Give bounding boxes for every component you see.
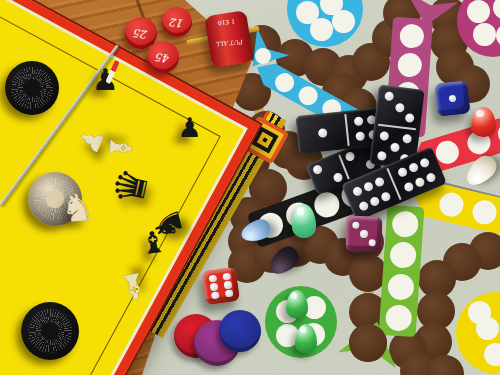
domino-pip [312,164,324,176]
counter-45: 45 [147,41,179,73]
domino-pip [317,128,327,138]
domino-pip [354,116,364,126]
counter-label: 12 [169,15,184,30]
counter-label: 45 [155,50,170,65]
disc-blue [219,310,261,352]
domino-pip [345,151,357,163]
die-blue [434,80,470,116]
pawn-white-fallen [461,151,500,191]
domino-pip [404,113,414,123]
domino-half [374,84,425,129]
domino-pip [360,230,368,238]
domino-pip [390,142,400,152]
pawn-highlight [476,110,484,117]
checker-hub [23,79,40,96]
counter-label: 25 [133,26,148,41]
domino-pip [374,176,386,188]
domino-pip [448,94,456,102]
spinner-side-label: PUT ALL [208,38,250,49]
domino-pip [352,221,360,229]
pawn-green-standing [286,290,308,319]
chess-black-queen-fallen: ♛ [107,164,156,210]
domino-pip [209,274,218,283]
pawn-blue-fallen [238,216,273,245]
domino-pip [425,171,437,183]
chess-white-knight: ♞ [60,188,97,228]
domino-half [295,111,349,154]
domino-pip [369,195,381,207]
domino-pip [402,133,412,143]
pawn-black-fallen [265,242,304,279]
domino-pip [211,291,220,300]
chess-white-bishop-fallen: ♝ [104,133,137,163]
domino-pip [351,185,363,197]
domino-pip [332,171,344,183]
pawn-highlight [297,207,304,214]
checker-black [5,61,59,115]
domino-pip [394,102,404,112]
pawn-highlight [291,292,298,298]
die-red [202,267,240,305]
domino-pip [403,181,415,193]
domino-pip [408,161,420,173]
checker-black [21,302,79,360]
pawn-highlight [300,326,307,332]
domino-pip [355,131,365,141]
chess-black-pawn: ♟ [178,114,202,141]
domino-pip [210,283,219,292]
domino-pip [225,289,234,298]
domino-pip [379,131,389,141]
counter-12: 12 [162,7,192,37]
pawn-red-standing [471,107,496,137]
domino-pip [419,156,431,168]
domino-pip [377,150,387,160]
tabletop-scene: ♟♟♛♞♝♝♞♟♝251245 1 £10 PUT ALL [0,0,500,375]
put-and-take-spinner: 1 £10 PUT ALL [204,10,254,68]
domino-pip [368,239,376,247]
chess-white-bishop-fallen: ♝ [115,266,152,306]
die-claret [345,215,382,252]
domino-pip [222,272,231,281]
domino-pip [414,176,426,188]
domino-pip [385,91,395,101]
domino-pip [396,166,408,178]
pawn-green-standing [295,324,317,353]
domino-pip [357,200,369,212]
spinner-top-label: 1 £10 [205,17,247,28]
domino-pip [362,180,374,192]
pawn-mint-standing [292,204,316,238]
chess-black-bishop: ♝ [138,227,169,260]
domino-pip [380,190,392,202]
domino-pip [223,281,232,290]
